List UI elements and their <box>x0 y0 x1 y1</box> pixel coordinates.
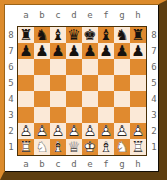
rank-label-7: 7 <box>6 43 16 59</box>
piece-black-pawn[interactable]: ♟ <box>34 43 50 59</box>
rank-label-3: 3 <box>6 107 16 123</box>
rank-label-3: 3 <box>149 107 159 123</box>
square-h2[interactable]: ♟♙ <box>130 123 146 139</box>
piece-white-rook[interactable]: ♜♖ <box>130 139 146 155</box>
piece-black-pawn[interactable]: ♟ <box>98 43 114 59</box>
square-e2[interactable]: ♟♙ <box>82 123 98 139</box>
square-d3[interactable] <box>66 107 82 123</box>
square-a7[interactable]: ♟ <box>18 43 34 59</box>
rank-label-6: 6 <box>149 59 159 75</box>
square-f7[interactable]: ♟ <box>98 43 114 59</box>
square-h3[interactable] <box>130 107 146 123</box>
file-label-b: b <box>34 9 50 21</box>
piece-outline-layer: ♙ <box>50 123 66 139</box>
square-b6[interactable] <box>34 59 50 75</box>
square-g6[interactable] <box>114 59 130 75</box>
piece-black-bishop[interactable]: ♝ <box>98 27 114 43</box>
file-label-a: a <box>18 9 34 21</box>
square-c1[interactable]: ♝♗ <box>50 139 66 155</box>
square-g2[interactable]: ♟♙ <box>114 123 130 139</box>
square-a2[interactable]: ♟♙ <box>18 123 34 139</box>
square-e4[interactable] <box>82 91 98 107</box>
square-h7[interactable]: ♟ <box>130 43 146 59</box>
piece-outline-layer: ♙ <box>66 123 82 139</box>
rank-label-6: 6 <box>6 59 16 75</box>
rank-label-5: 5 <box>6 75 16 91</box>
piece-white-pawn[interactable]: ♟♙ <box>34 123 50 139</box>
square-h1[interactable]: ♜♖ <box>130 139 146 155</box>
piece-outline-layer: ♙ <box>98 123 114 139</box>
piece-white-pawn[interactable]: ♟♙ <box>66 123 82 139</box>
piece-white-pawn[interactable]: ♟♙ <box>114 123 130 139</box>
file-label-b: b <box>34 158 50 170</box>
square-f3[interactable] <box>98 107 114 123</box>
rank-label-7: 7 <box>149 43 159 59</box>
file-label-d: d <box>66 158 82 170</box>
piece-outline-layer: ♙ <box>114 123 130 139</box>
file-label-e: e <box>82 9 98 21</box>
square-c8[interactable]: ♝ <box>50 27 66 43</box>
square-f5[interactable] <box>98 75 114 91</box>
file-label-a: a <box>18 158 34 170</box>
rank-label-8: 8 <box>6 27 16 43</box>
piece-outline-layer: ♔ <box>82 139 98 155</box>
square-b1[interactable]: ♞♘ <box>34 139 50 155</box>
square-e5[interactable] <box>82 75 98 91</box>
piece-outline-layer: ♖ <box>18 139 34 155</box>
piece-black-bishop[interactable]: ♝ <box>50 27 66 43</box>
piece-outline-layer: ♘ <box>114 139 130 155</box>
square-d1[interactable]: ♛♕ <box>66 139 82 155</box>
square-b8[interactable]: ♞ <box>34 27 50 43</box>
square-f4[interactable] <box>98 91 114 107</box>
piece-black-knight[interactable]: ♞ <box>34 27 50 43</box>
square-f1[interactable]: ♝♗ <box>98 139 114 155</box>
square-g3[interactable] <box>114 107 130 123</box>
piece-black-pawn[interactable]: ♟ <box>50 43 66 59</box>
piece-white-bishop[interactable]: ♝♗ <box>98 139 114 155</box>
piece-black-pawn[interactable]: ♟ <box>66 43 82 59</box>
piece-white-pawn[interactable]: ♟♙ <box>18 123 34 139</box>
board-frame: abcdefgh 87654321 ♜♞♝♛♚♝♞♜♟♟♟♟♟♟♟♟♟♙♟♙♟♙… <box>0 0 167 180</box>
square-c3[interactable] <box>50 107 66 123</box>
square-d6[interactable] <box>66 59 82 75</box>
square-b5[interactable] <box>34 75 50 91</box>
square-c4[interactable] <box>50 91 66 107</box>
piece-black-rook[interactable]: ♜ <box>18 27 34 43</box>
square-d7[interactable]: ♟ <box>66 43 82 59</box>
square-c6[interactable] <box>50 59 66 75</box>
piece-white-queen[interactable]: ♛♕ <box>66 139 82 155</box>
square-h8[interactable]: ♜ <box>130 27 146 43</box>
file-labels-top: abcdefgh <box>18 9 146 21</box>
square-f6[interactable] <box>98 59 114 75</box>
square-b7[interactable]: ♟ <box>34 43 50 59</box>
piece-black-pawn[interactable]: ♟ <box>18 43 34 59</box>
square-e3[interactable] <box>82 107 98 123</box>
square-b3[interactable] <box>34 107 50 123</box>
file-label-d: d <box>66 9 82 21</box>
piece-black-queen[interactable]: ♛ <box>66 27 82 43</box>
square-g5[interactable] <box>114 75 130 91</box>
chess-board: ♜♞♝♛♚♝♞♜♟♟♟♟♟♟♟♟♟♙♟♙♟♙♟♙♟♙♟♙♟♙♟♙♜♖♞♘♝♗♛♕… <box>17 26 147 156</box>
square-c2[interactable]: ♟♙ <box>50 123 66 139</box>
piece-outline-layer: ♙ <box>18 123 34 139</box>
file-label-f: f <box>98 158 114 170</box>
square-a5[interactable] <box>18 75 34 91</box>
piece-white-knight[interactable]: ♞♘ <box>114 139 130 155</box>
rank-label-1: 1 <box>6 139 16 155</box>
square-e7[interactable]: ♟ <box>82 43 98 59</box>
piece-black-pawn[interactable]: ♟ <box>114 43 130 59</box>
square-h5[interactable] <box>130 75 146 91</box>
rank-label-2: 2 <box>149 123 159 139</box>
file-label-g: g <box>114 158 130 170</box>
square-c5[interactable] <box>50 75 66 91</box>
piece-white-king[interactable]: ♚♔ <box>82 139 98 155</box>
square-a6[interactable] <box>18 59 34 75</box>
square-g1[interactable]: ♞♘ <box>114 139 130 155</box>
piece-outline-layer: ♘ <box>34 139 50 155</box>
piece-outline-layer: ♗ <box>50 139 66 155</box>
piece-black-pawn[interactable]: ♟ <box>130 43 146 59</box>
square-d8[interactable]: ♛ <box>66 27 82 43</box>
square-d4[interactable] <box>66 91 82 107</box>
piece-black-pawn[interactable]: ♟ <box>82 43 98 59</box>
file-label-e: e <box>82 158 98 170</box>
square-b4[interactable] <box>34 91 50 107</box>
square-f2[interactable]: ♟♙ <box>98 123 114 139</box>
rank-label-4: 4 <box>6 91 16 107</box>
square-b2[interactable]: ♟♙ <box>34 123 50 139</box>
square-e8[interactable]: ♚ <box>82 27 98 43</box>
piece-white-bishop[interactable]: ♝♗ <box>50 139 66 155</box>
rank-label-8: 8 <box>149 27 159 43</box>
square-d5[interactable] <box>66 75 82 91</box>
piece-outline-layer: ♙ <box>82 123 98 139</box>
square-e6[interactable] <box>82 59 98 75</box>
square-f8[interactable]: ♝ <box>98 27 114 43</box>
piece-white-knight[interactable]: ♞♘ <box>34 139 50 155</box>
square-g8[interactable]: ♞ <box>114 27 130 43</box>
square-a3[interactable] <box>18 107 34 123</box>
rank-label-2: 2 <box>6 123 16 139</box>
piece-outline-layer: ♙ <box>34 123 50 139</box>
square-d2[interactable]: ♟♙ <box>66 123 82 139</box>
file-label-h: h <box>130 158 146 170</box>
square-e1[interactable]: ♚♔ <box>82 139 98 155</box>
rank-labels-right: 87654321 <box>149 27 159 155</box>
piece-white-pawn[interactable]: ♟♙ <box>50 123 66 139</box>
rank-labels-left: 87654321 <box>6 27 16 155</box>
file-label-h: h <box>130 9 146 21</box>
square-h6[interactable] <box>130 59 146 75</box>
piece-black-knight[interactable]: ♞ <box>114 27 130 43</box>
file-labels-bottom: abcdefgh <box>18 158 146 170</box>
piece-outline-layer: ♙ <box>130 123 146 139</box>
piece-black-king[interactable]: ♚ <box>82 27 98 43</box>
piece-white-pawn[interactable]: ♟♙ <box>82 123 98 139</box>
file-label-f: f <box>98 9 114 21</box>
rank-label-5: 5 <box>149 75 159 91</box>
square-c7[interactable]: ♟ <box>50 43 66 59</box>
square-g7[interactable]: ♟ <box>114 43 130 59</box>
piece-white-pawn[interactable]: ♟♙ <box>130 123 146 139</box>
file-label-c: c <box>50 158 66 170</box>
square-a1[interactable]: ♜♖ <box>18 139 34 155</box>
square-a4[interactable] <box>18 91 34 107</box>
square-h4[interactable] <box>130 91 146 107</box>
file-label-g: g <box>114 9 130 21</box>
square-a8[interactable]: ♜ <box>18 27 34 43</box>
piece-outline-layer: ♕ <box>66 139 82 155</box>
piece-white-pawn[interactable]: ♟♙ <box>98 123 114 139</box>
square-g4[interactable] <box>114 91 130 107</box>
piece-outline-layer: ♖ <box>130 139 146 155</box>
file-label-c: c <box>50 9 66 21</box>
piece-outline-layer: ♗ <box>98 139 114 155</box>
piece-white-rook[interactable]: ♜♖ <box>18 139 34 155</box>
rank-label-1: 1 <box>149 139 159 155</box>
piece-black-rook[interactable]: ♜ <box>130 27 146 43</box>
rank-label-4: 4 <box>149 91 159 107</box>
